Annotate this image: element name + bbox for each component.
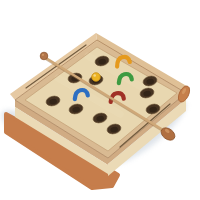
product-photo: [0, 0, 200, 200]
yellow-ball: [92, 73, 101, 82]
rod-handle-small-highlight: [42, 54, 44, 56]
rod-handle-small: [40, 52, 48, 60]
ball-highlight: [93, 74, 96, 77]
board-scene: [0, 0, 200, 200]
